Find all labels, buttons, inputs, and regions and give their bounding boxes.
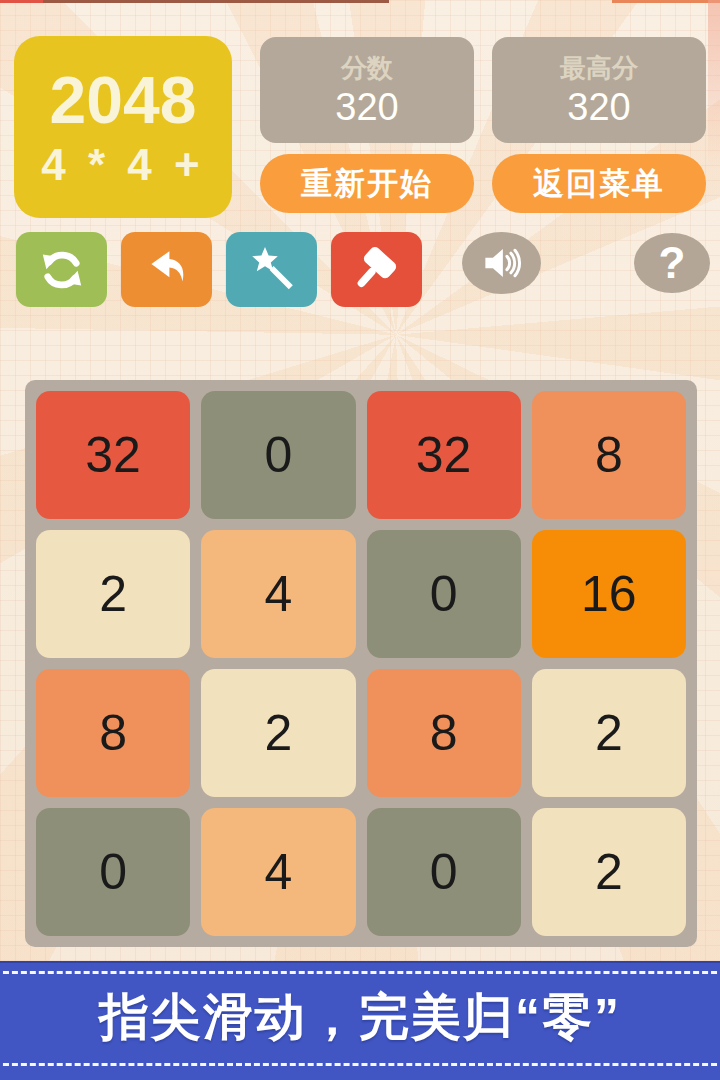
best-score-label: 最高分 [560,55,638,81]
sound-button[interactable] [462,232,541,294]
back-to-menu-button[interactable]: 返回菜单 [492,154,706,213]
tile-r3c2: 2 [201,669,355,797]
magic-wand-icon [248,246,296,294]
speaker-icon [481,242,523,284]
bottom-banner: 指尖滑动，完美归“零” [0,961,720,1080]
score-value: 320 [335,88,398,126]
tile-r4c1: 0 [36,808,190,936]
refresh-button[interactable] [16,232,107,307]
score-label: 分数 [341,55,393,81]
refresh-icon [38,246,86,294]
help-button[interactable]: ? [634,233,710,293]
game-board[interactable]: 3203282401682820402 [25,380,697,947]
hammer-button[interactable] [331,232,422,307]
logo-title: 2048 [50,67,197,133]
tile-r4c3: 0 [367,808,521,936]
background-top-strip [0,0,720,3]
score-box: 分数 320 [260,37,474,143]
tile-r2c3: 0 [367,530,521,658]
best-score-box: 最高分 320 [492,37,706,143]
tile-r2c4: 16 [532,530,686,658]
restart-button[interactable]: 重新开始 [260,154,474,213]
tile-r2c1: 2 [36,530,190,658]
tile-r2c2: 4 [201,530,355,658]
tile-r3c4: 2 [532,669,686,797]
question-mark-icon: ? [659,241,686,285]
tile-r1c4: 8 [532,391,686,519]
tile-r3c3: 8 [367,669,521,797]
best-score-value: 320 [567,88,630,126]
undo-button[interactable] [121,232,212,307]
tile-r3c1: 8 [36,669,190,797]
tile-r1c2: 0 [201,391,355,519]
tile-r4c2: 4 [201,808,355,936]
undo-icon [143,246,191,294]
banner-text: 指尖滑动，完美归“零” [0,963,720,1080]
logo-card: 2048 4 * 4 + [14,36,232,218]
tile-r4c4: 2 [532,808,686,936]
logo-subtitle: 4 * 4 + [41,143,204,187]
background-edge-glow [708,0,720,170]
tile-r1c3: 32 [367,391,521,519]
hammer-icon [353,246,401,294]
app-screen: 2048 4 * 4 + 分数 320 最高分 320 重新开始 返回菜单 [0,0,720,1080]
tile-r1c1: 32 [36,391,190,519]
magic-wand-button[interactable] [226,232,317,307]
